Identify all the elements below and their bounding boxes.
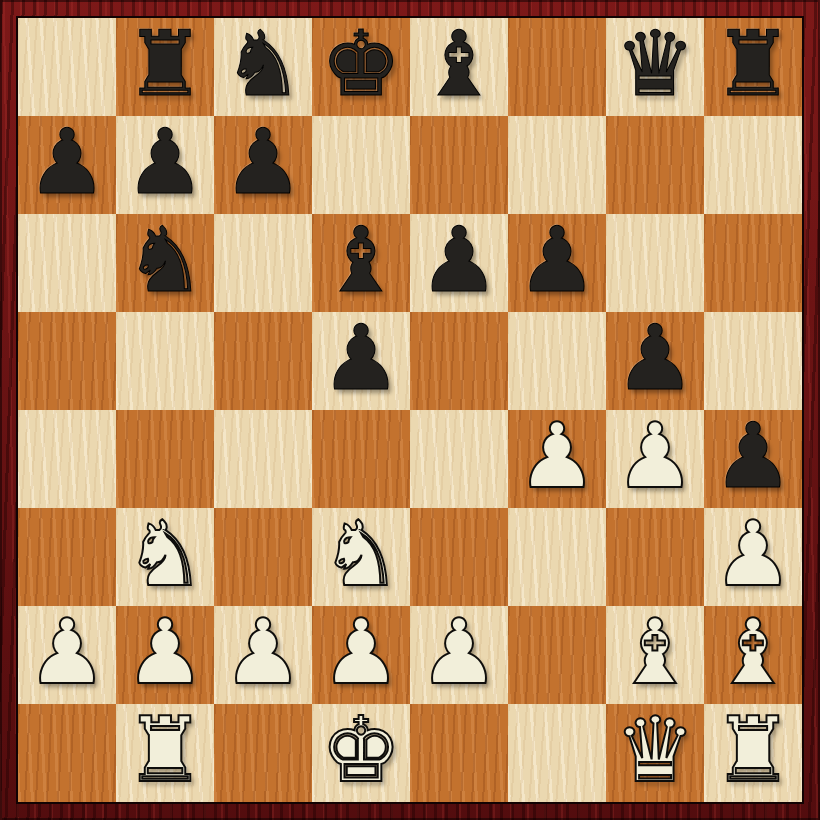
black-pawn-icon[interactable]: ♟ bbox=[419, 211, 500, 309]
black-knight-icon[interactable]: ♞ bbox=[223, 15, 304, 113]
square-a7[interactable]: ♟ bbox=[18, 116, 116, 214]
white-pawn-icon[interactable]: ♟ bbox=[517, 407, 598, 505]
square-f3[interactable] bbox=[508, 508, 606, 606]
black-pawn-icon[interactable]: ♟ bbox=[517, 211, 598, 309]
square-f8[interactable] bbox=[508, 18, 606, 116]
white-rook-icon[interactable]: ♜ bbox=[125, 701, 206, 799]
square-a4[interactable] bbox=[18, 410, 116, 508]
square-d3[interactable]: ♞ bbox=[312, 508, 410, 606]
square-e8[interactable]: ♝ bbox=[410, 18, 508, 116]
square-g6[interactable] bbox=[606, 214, 704, 312]
square-h6[interactable] bbox=[704, 214, 802, 312]
square-a1[interactable] bbox=[18, 704, 116, 802]
white-king-icon[interactable]: ♚ bbox=[321, 701, 402, 799]
square-f6[interactable]: ♟ bbox=[508, 214, 606, 312]
black-bishop-icon[interactable]: ♝ bbox=[419, 15, 500, 113]
square-g7[interactable] bbox=[606, 116, 704, 214]
black-pawn-icon[interactable]: ♟ bbox=[615, 309, 696, 407]
square-h8[interactable]: ♜ bbox=[704, 18, 802, 116]
square-c4[interactable] bbox=[214, 410, 312, 508]
square-f1[interactable] bbox=[508, 704, 606, 802]
square-d8[interactable]: ♚ bbox=[312, 18, 410, 116]
square-g1[interactable]: ♛ bbox=[606, 704, 704, 802]
square-b7[interactable]: ♟ bbox=[116, 116, 214, 214]
square-g2[interactable]: ♝ bbox=[606, 606, 704, 704]
black-pawn-icon[interactable]: ♟ bbox=[125, 113, 206, 211]
square-b2[interactable]: ♟ bbox=[116, 606, 214, 704]
square-c7[interactable]: ♟ bbox=[214, 116, 312, 214]
square-h5[interactable] bbox=[704, 312, 802, 410]
white-rook-icon[interactable]: ♜ bbox=[713, 701, 794, 799]
white-knight-icon[interactable]: ♞ bbox=[125, 505, 206, 603]
square-b4[interactable] bbox=[116, 410, 214, 508]
white-pawn-icon[interactable]: ♟ bbox=[223, 603, 304, 701]
square-a6[interactable] bbox=[18, 214, 116, 312]
square-d6[interactable]: ♝ bbox=[312, 214, 410, 312]
square-c6[interactable] bbox=[214, 214, 312, 312]
square-a8[interactable] bbox=[18, 18, 116, 116]
square-e5[interactable] bbox=[410, 312, 508, 410]
square-f7[interactable] bbox=[508, 116, 606, 214]
square-e7[interactable] bbox=[410, 116, 508, 214]
black-king-icon[interactable]: ♚ bbox=[321, 15, 402, 113]
square-b1[interactable]: ♜ bbox=[116, 704, 214, 802]
square-c2[interactable]: ♟ bbox=[214, 606, 312, 704]
black-pawn-icon[interactable]: ♟ bbox=[223, 113, 304, 211]
square-b3[interactable]: ♞ bbox=[116, 508, 214, 606]
white-pawn-icon[interactable]: ♟ bbox=[27, 603, 108, 701]
white-pawn-icon[interactable]: ♟ bbox=[713, 505, 794, 603]
chess-board: ♜♞♚♝♛♜♟♟♟♞♝♟♟♟♟♟♟♟♞♞♟♟♟♟♟♟♝♝♜♚♛♜ bbox=[16, 16, 804, 804]
square-a5[interactable] bbox=[18, 312, 116, 410]
black-rook-icon[interactable]: ♜ bbox=[125, 15, 206, 113]
white-pawn-icon[interactable]: ♟ bbox=[615, 407, 696, 505]
square-h2[interactable]: ♝ bbox=[704, 606, 802, 704]
square-f4[interactable]: ♟ bbox=[508, 410, 606, 508]
square-e1[interactable] bbox=[410, 704, 508, 802]
square-a2[interactable]: ♟ bbox=[18, 606, 116, 704]
black-pawn-icon[interactable]: ♟ bbox=[713, 407, 794, 505]
white-bishop-icon[interactable]: ♝ bbox=[713, 603, 794, 701]
square-a3[interactable] bbox=[18, 508, 116, 606]
square-b6[interactable]: ♞ bbox=[116, 214, 214, 312]
white-knight-icon[interactable]: ♞ bbox=[321, 505, 402, 603]
square-c1[interactable] bbox=[214, 704, 312, 802]
square-b5[interactable] bbox=[116, 312, 214, 410]
white-pawn-icon[interactable]: ♟ bbox=[419, 603, 500, 701]
square-h3[interactable]: ♟ bbox=[704, 508, 802, 606]
square-d4[interactable] bbox=[312, 410, 410, 508]
white-pawn-icon[interactable]: ♟ bbox=[125, 603, 206, 701]
square-b8[interactable]: ♜ bbox=[116, 18, 214, 116]
white-pawn-icon[interactable]: ♟ bbox=[321, 603, 402, 701]
black-knight-icon[interactable]: ♞ bbox=[125, 211, 206, 309]
square-e6[interactable]: ♟ bbox=[410, 214, 508, 312]
square-c8[interactable]: ♞ bbox=[214, 18, 312, 116]
square-f2[interactable] bbox=[508, 606, 606, 704]
square-d1[interactable]: ♚ bbox=[312, 704, 410, 802]
black-pawn-icon[interactable]: ♟ bbox=[27, 113, 108, 211]
white-queen-icon[interactable]: ♛ bbox=[615, 701, 696, 799]
square-e2[interactable]: ♟ bbox=[410, 606, 508, 704]
square-c3[interactable] bbox=[214, 508, 312, 606]
square-h7[interactable] bbox=[704, 116, 802, 214]
board-frame: ♜♞♚♝♛♜♟♟♟♞♝♟♟♟♟♟♟♟♞♞♟♟♟♟♟♟♝♝♜♚♛♜ bbox=[0, 0, 820, 820]
square-g3[interactable] bbox=[606, 508, 704, 606]
white-bishop-icon[interactable]: ♝ bbox=[615, 603, 696, 701]
square-g5[interactable]: ♟ bbox=[606, 312, 704, 410]
square-h4[interactable]: ♟ bbox=[704, 410, 802, 508]
black-rook-icon[interactable]: ♜ bbox=[713, 15, 794, 113]
square-f5[interactable] bbox=[508, 312, 606, 410]
square-d5[interactable]: ♟ bbox=[312, 312, 410, 410]
black-queen-icon[interactable]: ♛ bbox=[615, 15, 696, 113]
square-e4[interactable] bbox=[410, 410, 508, 508]
square-c5[interactable] bbox=[214, 312, 312, 410]
square-d7[interactable] bbox=[312, 116, 410, 214]
black-bishop-icon[interactable]: ♝ bbox=[321, 211, 402, 309]
square-e3[interactable] bbox=[410, 508, 508, 606]
square-g4[interactable]: ♟ bbox=[606, 410, 704, 508]
square-h1[interactable]: ♜ bbox=[704, 704, 802, 802]
square-g8[interactable]: ♛ bbox=[606, 18, 704, 116]
black-pawn-icon[interactable]: ♟ bbox=[321, 309, 402, 407]
square-d2[interactable]: ♟ bbox=[312, 606, 410, 704]
